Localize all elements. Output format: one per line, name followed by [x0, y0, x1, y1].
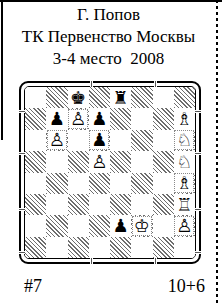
white-pawn-b6: ♙ — [49, 131, 65, 149]
border-joint — [195, 110, 201, 113]
border-joint — [19, 251, 25, 254]
piece-backing-patch: ♔ — [132, 216, 152, 236]
border-joint — [195, 152, 201, 155]
chessboard-frame: ♚♜♟♙♟♗♙♟♘♙♘♗♖♟♔♙ — [19, 81, 201, 264]
square-d6: ♟ — [89, 130, 110, 151]
square-c6 — [68, 130, 89, 151]
piece-backing-patch: ♙ — [68, 109, 88, 129]
square-h5: ♘ — [174, 151, 195, 172]
black-pawn-d6: ♟ — [91, 131, 107, 149]
white-knight-h6: ♘ — [176, 131, 192, 149]
border-joint — [19, 152, 25, 155]
square-h1 — [174, 237, 195, 258]
border-joint — [154, 258, 157, 264]
square-h3: ♖ — [174, 194, 195, 215]
square-c4 — [68, 173, 89, 194]
material-count: 10+6 — [168, 276, 205, 297]
square-d7: ♟ — [89, 108, 110, 129]
square-f5 — [131, 151, 152, 172]
square-a1 — [25, 237, 46, 258]
black-pawn-e2: ♟ — [113, 217, 129, 235]
square-b1 — [46, 237, 67, 258]
square-d4 — [89, 173, 110, 194]
black-rook-e8: ♜ — [113, 89, 129, 107]
page-edge-top — [0, 0, 222, 2]
tournament: ТК Первенство Москвы — [0, 26, 217, 48]
border-joint — [154, 81, 157, 87]
square-e2: ♟ — [110, 215, 131, 236]
square-a8 — [25, 87, 46, 108]
square-g3 — [153, 194, 174, 215]
square-e5 — [110, 151, 131, 172]
piece-backing-patch: ♟ — [89, 130, 109, 150]
white-bishop-h4: ♗ — [176, 174, 192, 192]
square-c7: ♙ — [68, 108, 89, 129]
white-pawn-h2: ♙ — [176, 217, 192, 235]
square-f8 — [131, 87, 152, 108]
square-e7 — [110, 108, 131, 129]
event-detail: 3-4 место 2008 — [0, 48, 217, 70]
square-f3 — [131, 194, 152, 215]
square-h2: ♙ — [174, 215, 195, 236]
black-king-c8: ♚ — [70, 89, 86, 107]
chessboard-border: ♚♜♟♙♟♗♙♟♘♙♘♗♖♟♔♙ — [24, 86, 196, 259]
square-h7: ♗ — [174, 108, 195, 129]
square-b8 — [46, 87, 67, 108]
black-pawn-b7: ♟ — [49, 110, 65, 128]
square-d8 — [89, 87, 110, 108]
piece-backing-patch: ♙ — [47, 130, 67, 150]
problem-card: { "game": "chess", "header": { "author":… — [0, 0, 222, 304]
square-c3 — [68, 194, 89, 215]
square-d2 — [89, 215, 110, 236]
header: Г. Попов ТК Первенство Москвы 3-4 место … — [0, 4, 217, 70]
white-knight-h5: ♘ — [176, 153, 192, 171]
white-pawn-d5: ♙ — [91, 153, 107, 171]
square-f7 — [131, 108, 152, 129]
square-g1 — [153, 237, 174, 258]
square-b3 — [46, 194, 67, 215]
chessboard: ♚♜♟♙♟♗♙♟♘♙♘♗♖♟♔♙ — [25, 87, 195, 258]
square-d1 — [89, 237, 110, 258]
square-b6: ♙ — [46, 130, 67, 151]
square-a2 — [25, 215, 46, 236]
piece-backing-patch: ♘ — [174, 130, 194, 150]
piece-backing-patch: ♙ — [174, 216, 194, 236]
square-e6 — [110, 130, 131, 151]
square-f1 — [131, 237, 152, 258]
square-d5: ♙ — [89, 151, 110, 172]
square-e1 — [110, 237, 131, 258]
border-joint — [90, 258, 93, 264]
square-g7 — [153, 108, 174, 129]
square-g2 — [153, 215, 174, 236]
square-f4 — [131, 173, 152, 194]
square-c1 — [68, 237, 89, 258]
square-f6 — [131, 130, 152, 151]
square-f2: ♔ — [131, 215, 152, 236]
square-c2 — [68, 215, 89, 236]
square-b5 — [46, 151, 67, 172]
square-h8 — [174, 87, 195, 108]
square-e3 — [110, 194, 131, 215]
border-joint — [90, 81, 93, 87]
piece-backing-patch: ♗ — [174, 173, 194, 193]
square-b7: ♟ — [46, 108, 67, 129]
border-joint — [195, 208, 201, 211]
square-a5 — [25, 151, 46, 172]
square-c8: ♚ — [68, 87, 89, 108]
square-g5 — [153, 151, 174, 172]
square-h4: ♗ — [174, 173, 195, 194]
square-g4 — [153, 173, 174, 194]
square-d3 — [89, 194, 110, 215]
black-pawn-d7: ♟ — [91, 110, 107, 128]
white-king-f2: ♔ — [134, 217, 150, 235]
square-e4 — [110, 173, 131, 194]
square-c5 — [68, 151, 89, 172]
white-pawn-c7: ♙ — [70, 110, 86, 128]
square-b2 — [46, 215, 67, 236]
square-b4 — [46, 173, 67, 194]
border-joint — [19, 110, 25, 113]
border-joint — [19, 208, 25, 211]
white-rook-h3: ♖ — [176, 196, 192, 214]
border-joint — [195, 251, 201, 254]
square-e8: ♜ — [110, 87, 131, 108]
white-bishop-h7: ♗ — [176, 110, 192, 128]
square-h6: ♘ — [174, 130, 195, 151]
square-a3 — [25, 194, 46, 215]
square-a7 — [25, 108, 46, 129]
stipulation: #7 — [24, 276, 42, 297]
square-g8 — [153, 87, 174, 108]
square-g6 — [153, 130, 174, 151]
square-a4 — [25, 173, 46, 194]
author: Г. Попов — [0, 4, 217, 26]
square-a6 — [25, 130, 46, 151]
